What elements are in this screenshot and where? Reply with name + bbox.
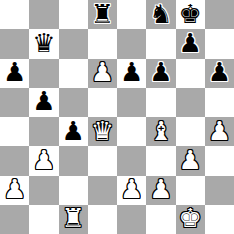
white-pawn-h4[interactable]: ♟ (208, 118, 231, 144)
square-c3[interactable] (59, 146, 88, 175)
black-pawn-h6[interactable]: ♟ (208, 59, 231, 85)
black-pawn-g7[interactable]: ♟ (178, 30, 201, 56)
square-a3[interactable] (0, 146, 29, 175)
square-e6[interactable]: ♟ (117, 59, 146, 88)
square-f4[interactable]: ♝ (146, 117, 175, 146)
square-e1[interactable] (117, 205, 146, 234)
square-h3[interactable] (205, 146, 234, 175)
white-queen-d4[interactable]: ♛ (91, 118, 114, 144)
black-pawn-a6[interactable]: ♟ (3, 59, 26, 85)
square-a5[interactable] (0, 88, 29, 117)
square-h6[interactable]: ♟ (205, 59, 234, 88)
square-e8[interactable] (117, 0, 146, 29)
square-d5[interactable] (88, 88, 117, 117)
white-pawn-d6[interactable]: ♟ (91, 59, 114, 85)
black-knight-f8[interactable]: ♞ (149, 1, 172, 27)
black-rook-d8[interactable]: ♜ (91, 1, 114, 27)
square-g4[interactable] (176, 117, 205, 146)
square-b7[interactable]: ♛ (29, 29, 58, 58)
square-e7[interactable] (117, 29, 146, 58)
white-pawn-b3[interactable]: ♟ (32, 147, 55, 173)
white-king-g1[interactable]: ♚ (178, 205, 201, 231)
square-b4[interactable] (29, 117, 58, 146)
square-a8[interactable] (0, 0, 29, 29)
white-rook-c1[interactable]: ♜ (61, 205, 84, 231)
square-f6[interactable]: ♟ (146, 59, 175, 88)
square-e2[interactable]: ♟ (117, 176, 146, 205)
square-e3[interactable] (117, 146, 146, 175)
square-a2[interactable]: ♟ (0, 176, 29, 205)
square-c8[interactable] (59, 0, 88, 29)
square-c2[interactable] (59, 176, 88, 205)
square-e4[interactable] (117, 117, 146, 146)
square-g5[interactable] (176, 88, 205, 117)
square-d2[interactable] (88, 176, 117, 205)
black-pawn-e6[interactable]: ♟ (120, 59, 143, 85)
white-pawn-a2[interactable]: ♟ (3, 176, 26, 202)
square-b5[interactable]: ♟ (29, 88, 58, 117)
square-g3[interactable]: ♟ (176, 146, 205, 175)
white-bishop-f4[interactable]: ♝ (149, 118, 172, 144)
square-a1[interactable] (0, 205, 29, 234)
square-c6[interactable] (59, 59, 88, 88)
square-f1[interactable] (146, 205, 175, 234)
square-d6[interactable]: ♟ (88, 59, 117, 88)
square-d7[interactable] (88, 29, 117, 58)
white-pawn-f2[interactable]: ♟ (149, 176, 172, 202)
square-f3[interactable] (146, 146, 175, 175)
square-h2[interactable] (205, 176, 234, 205)
square-f8[interactable]: ♞ (146, 0, 175, 29)
square-h4[interactable]: ♟ (205, 117, 234, 146)
chess-board: ♜♞♚♛♟♟♟♟♟♟♟♟♛♝♟♟♟♟♟♟♜♚ (0, 0, 234, 234)
square-c4[interactable]: ♟ (59, 117, 88, 146)
square-d1[interactable] (88, 205, 117, 234)
square-c7[interactable] (59, 29, 88, 58)
square-b6[interactable] (29, 59, 58, 88)
square-h8[interactable] (205, 0, 234, 29)
square-f5[interactable] (146, 88, 175, 117)
black-pawn-f6[interactable]: ♟ (149, 59, 172, 85)
square-c5[interactable] (59, 88, 88, 117)
white-pawn-g3[interactable]: ♟ (178, 147, 201, 173)
square-e5[interactable] (117, 88, 146, 117)
square-b1[interactable] (29, 205, 58, 234)
square-g8[interactable]: ♚ (176, 0, 205, 29)
square-a6[interactable]: ♟ (0, 59, 29, 88)
square-f7[interactable] (146, 29, 175, 58)
white-pawn-e2[interactable]: ♟ (120, 176, 143, 202)
black-pawn-b5[interactable]: ♟ (32, 88, 55, 114)
square-h5[interactable] (205, 88, 234, 117)
square-b2[interactable] (29, 176, 58, 205)
square-f2[interactable]: ♟ (146, 176, 175, 205)
square-b3[interactable]: ♟ (29, 146, 58, 175)
square-d8[interactable]: ♜ (88, 0, 117, 29)
square-d4[interactable]: ♛ (88, 117, 117, 146)
black-king-g8[interactable]: ♚ (178, 1, 201, 27)
square-a7[interactable] (0, 29, 29, 58)
square-b8[interactable] (29, 0, 58, 29)
square-h1[interactable] (205, 205, 234, 234)
square-g1[interactable]: ♚ (176, 205, 205, 234)
black-pawn-c4[interactable]: ♟ (61, 118, 84, 144)
square-c1[interactable]: ♜ (59, 205, 88, 234)
square-g7[interactable]: ♟ (176, 29, 205, 58)
square-d3[interactable] (88, 146, 117, 175)
square-h7[interactable] (205, 29, 234, 58)
black-queen-b7[interactable]: ♛ (32, 30, 55, 56)
square-g6[interactable] (176, 59, 205, 88)
square-g2[interactable] (176, 176, 205, 205)
square-a4[interactable] (0, 117, 29, 146)
